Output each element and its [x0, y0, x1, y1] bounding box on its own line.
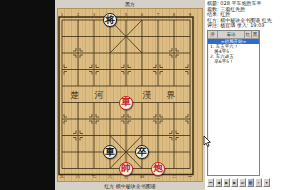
piece-red-chariot[interactable]: 車 — [119, 96, 133, 110]
playback-toolbar: ⏮◀▶▶⏭▦＋▾ — [207, 178, 270, 187]
app-window: 黑方 楚 河漢 界123456789九八七六五四三二一 将車車卒帥炮 红方 棋中… — [0, 0, 304, 190]
game-info-line: 评注: 杨官璘 录入: 19:03 — [207, 23, 303, 29]
file-label-bottom: 二 — [172, 174, 177, 179]
play-button[interactable]: ▶ — [223, 178, 230, 187]
file-label-bottom: 八 — [76, 174, 81, 179]
file-label-bottom: 四 — [140, 174, 145, 179]
move-row[interactable]: 卒6平5 ! — [208, 59, 259, 64]
board-grid: 楚 河漢 界123456789九八七六五四三二一 — [57, 8, 203, 182]
file-label-top: 9 — [189, 12, 192, 17]
piece-red-cannon[interactable]: 炮 — [151, 162, 165, 176]
prev-move-button[interactable]: ◀ — [215, 178, 222, 187]
red-side-label: 红方 棋中秘诀全书图谱 — [55, 182, 205, 190]
xiangqi-board[interactable]: 楚 河漢 界123456789九八七六五四三二一 将車車卒帥炮 — [57, 8, 203, 182]
next-move-button[interactable]: ▶ — [231, 178, 238, 187]
piece-black-chariot[interactable]: 車 — [103, 145, 117, 159]
file-label-top: 8 — [173, 12, 176, 17]
river-label-left: 楚 河 — [71, 90, 110, 100]
move-list-column-着法[interactable]: 着法 — [218, 31, 245, 38]
move-list-body[interactable]: =棋局开始=1. 车五平六 ! 将4平52. 车六进五 卒6平5 ! — [208, 39, 259, 175]
game-info: 棋题: 028 平车炮胜车卒着数: 三着红先胜结果: 红胜红方: 棋中秘诀全书图… — [207, 1, 303, 29]
move-list[interactable]: 序着法红黑 =棋局开始=1. 车五平六 ! 将4平52. 车六进五 卒6平5 ! — [207, 30, 260, 176]
file-label-bottom: 九 — [60, 174, 65, 179]
file-label-bottom: 六 — [108, 174, 113, 179]
piece-red-general[interactable]: 帥 — [119, 162, 133, 176]
move-list-column-序[interactable]: 序 — [208, 31, 218, 38]
file-label-bottom: 七 — [91, 173, 97, 179]
river-label-right: 漢 界 — [143, 90, 182, 100]
flip-board-button[interactable]: ＋ — [255, 178, 262, 187]
file-label-top: 7 — [157, 12, 160, 17]
menu-button[interactable]: ▾ — [263, 178, 270, 187]
move-list-column-黑[interactable]: 黑 — [252, 31, 259, 38]
first-move-button[interactable]: ⏮ — [207, 178, 214, 187]
move-list-header: 序着法红黑 — [208, 31, 259, 39]
auto-play-button[interactable]: ▦ — [247, 178, 254, 187]
file-label-top: 5 — [125, 12, 128, 17]
right-panel: 棋题: 028 平车炮胜车卒着数: 三着红先胜结果: 红胜红方: 棋中秘诀全书图… — [205, 0, 304, 190]
last-move-button[interactable]: ⏭ — [239, 178, 246, 187]
piece-black-soldier[interactable]: 卒 — [135, 145, 149, 159]
move-list-column-红[interactable]: 红 — [245, 31, 252, 38]
file-label-top: 1 — [61, 12, 64, 17]
black-side-label: 黑方 — [55, 0, 205, 8]
file-label-bottom: 一 — [188, 174, 193, 179]
piece-black-general[interactable]: 将 — [103, 13, 117, 27]
letterbox-left — [0, 0, 55, 190]
board-section: 黑方 楚 河漢 界123456789九八七六五四三二一 将車車卒帥炮 红方 棋中… — [55, 0, 205, 190]
file-label-top: 2 — [77, 12, 80, 17]
mouse-cursor — [203, 136, 213, 148]
file-label-top: 3 — [93, 12, 96, 17]
file-label-top: 6 — [141, 12, 144, 17]
